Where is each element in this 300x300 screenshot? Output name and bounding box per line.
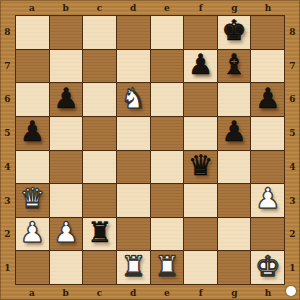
file-label-top-a: a xyxy=(15,0,49,15)
chess-board-frame: abcdefgh abcdefgh 87654321 87654321 ♚♟♝♟… xyxy=(0,0,300,300)
square-d7[interactable] xyxy=(117,50,150,83)
square-d8[interactable] xyxy=(117,16,150,49)
square-f2[interactable] xyxy=(184,218,217,251)
rank-label-left-7: 7 xyxy=(0,49,15,83)
square-g6[interactable] xyxy=(218,83,251,116)
square-a1[interactable] xyxy=(16,251,49,284)
white-queen[interactable]: ♛ xyxy=(20,185,45,213)
white-to-move-indicator xyxy=(286,286,296,296)
file-label-bottom-e: e xyxy=(150,285,184,300)
file-label-bottom-h: h xyxy=(251,285,285,300)
square-d5[interactable] xyxy=(117,117,150,150)
square-h2[interactable] xyxy=(251,218,284,251)
square-g3[interactable] xyxy=(218,184,251,217)
square-h4[interactable] xyxy=(251,151,284,184)
white-knight[interactable]: ♞ xyxy=(121,85,146,113)
square-c1[interactable] xyxy=(83,251,116,284)
square-b4[interactable] xyxy=(50,151,83,184)
rank-label-right-2: 2 xyxy=(285,218,300,252)
square-b2[interactable]: ♟ xyxy=(50,218,83,251)
square-h3[interactable]: ♟ xyxy=(251,184,284,217)
rank-label-left-2: 2 xyxy=(0,218,15,252)
square-d1[interactable]: ♜ xyxy=(117,251,150,284)
square-g7[interactable]: ♝ xyxy=(218,50,251,83)
square-h1[interactable]: ♚ xyxy=(251,251,284,284)
square-a2[interactable]: ♟ xyxy=(16,218,49,251)
rank-label-right-8: 8 xyxy=(285,15,300,49)
file-label-top-d: d xyxy=(116,0,150,15)
white-pawn[interactable]: ♟ xyxy=(255,185,280,213)
square-f3[interactable] xyxy=(184,184,217,217)
square-h7[interactable] xyxy=(251,50,284,83)
square-e7[interactable] xyxy=(151,50,184,83)
file-label-top-c: c xyxy=(83,0,117,15)
square-d2[interactable] xyxy=(117,218,150,251)
square-g8[interactable]: ♚ xyxy=(218,16,251,49)
rank-label-left-5: 5 xyxy=(0,116,15,150)
square-c2[interactable]: ♜ xyxy=(83,218,116,251)
file-label-bottom-g: g xyxy=(218,285,252,300)
file-label-bottom-f: f xyxy=(184,285,218,300)
rank-labels-left: 87654321 xyxy=(0,15,15,285)
square-a5[interactable]: ♟ xyxy=(16,117,49,150)
rank-label-left-4: 4 xyxy=(0,150,15,184)
file-label-bottom-a: a xyxy=(15,285,49,300)
black-pawn[interactable]: ♟ xyxy=(20,118,45,146)
square-c8[interactable] xyxy=(83,16,116,49)
square-c3[interactable] xyxy=(83,184,116,217)
square-h5[interactable] xyxy=(251,117,284,150)
square-a4[interactable] xyxy=(16,151,49,184)
square-g1[interactable] xyxy=(218,251,251,284)
square-e6[interactable] xyxy=(151,83,184,116)
square-c7[interactable] xyxy=(83,50,116,83)
rank-label-left-6: 6 xyxy=(0,83,15,117)
square-c5[interactable] xyxy=(83,117,116,150)
square-e2[interactable] xyxy=(151,218,184,251)
rank-labels-right: 87654321 xyxy=(285,15,300,285)
square-d6[interactable]: ♞ xyxy=(117,83,150,116)
square-e5[interactable] xyxy=(151,117,184,150)
white-rook[interactable]: ♜ xyxy=(121,253,146,281)
square-e4[interactable] xyxy=(151,151,184,184)
square-g5[interactable]: ♟ xyxy=(218,117,251,150)
square-g2[interactable] xyxy=(218,218,251,251)
file-label-bottom-b: b xyxy=(49,285,83,300)
square-f4[interactable]: ♛ xyxy=(184,151,217,184)
file-label-top-g: g xyxy=(218,0,252,15)
rank-label-right-4: 4 xyxy=(285,150,300,184)
rank-label-right-5: 5 xyxy=(285,116,300,150)
square-c4[interactable] xyxy=(83,151,116,184)
file-label-bottom-c: c xyxy=(83,285,117,300)
black-pawn[interactable]: ♟ xyxy=(53,85,78,113)
rank-label-right-3: 3 xyxy=(285,184,300,218)
square-f6[interactable] xyxy=(184,83,217,116)
square-b5[interactable] xyxy=(50,117,83,150)
black-pawn[interactable]: ♟ xyxy=(255,85,280,113)
square-f8[interactable] xyxy=(184,16,217,49)
file-label-top-e: e xyxy=(150,0,184,15)
square-a3[interactable]: ♛ xyxy=(16,184,49,217)
square-d4[interactable] xyxy=(117,151,150,184)
rank-label-right-1: 1 xyxy=(285,251,300,285)
rank-label-right-6: 6 xyxy=(285,83,300,117)
square-e8[interactable] xyxy=(151,16,184,49)
square-c6[interactable] xyxy=(83,83,116,116)
white-pawn[interactable]: ♟ xyxy=(20,219,45,247)
square-b3[interactable] xyxy=(50,184,83,217)
black-rook[interactable]: ♜ xyxy=(87,219,112,247)
white-rook[interactable]: ♜ xyxy=(154,253,179,281)
square-d3[interactable] xyxy=(117,184,150,217)
square-a6[interactable] xyxy=(16,83,49,116)
square-a7[interactable] xyxy=(16,50,49,83)
black-bishop[interactable]: ♝ xyxy=(222,51,247,79)
rank-label-right-7: 7 xyxy=(285,49,300,83)
square-e3[interactable] xyxy=(151,184,184,217)
black-pawn[interactable]: ♟ xyxy=(188,51,213,79)
file-label-top-h: h xyxy=(251,0,285,15)
white-pawn[interactable]: ♟ xyxy=(53,219,78,247)
file-label-top-b: b xyxy=(49,0,83,15)
file-labels-top: abcdefgh xyxy=(15,0,285,15)
file-label-top-f: f xyxy=(184,0,218,15)
square-h8[interactable] xyxy=(251,16,284,49)
square-f7[interactable]: ♟ xyxy=(184,50,217,83)
square-a8[interactable] xyxy=(16,16,49,49)
square-b6[interactable]: ♟ xyxy=(50,83,83,116)
square-b1[interactable] xyxy=(50,251,83,284)
file-labels-bottom: abcdefgh xyxy=(15,285,285,300)
rank-label-left-1: 1 xyxy=(0,251,15,285)
black-queen[interactable]: ♛ xyxy=(188,152,213,180)
file-label-bottom-d: d xyxy=(116,285,150,300)
square-b7[interactable] xyxy=(50,50,83,83)
black-pawn[interactable]: ♟ xyxy=(222,118,247,146)
square-b8[interactable] xyxy=(50,16,83,49)
black-king[interactable]: ♚ xyxy=(222,17,247,45)
square-h6[interactable]: ♟ xyxy=(251,83,284,116)
white-king[interactable]: ♚ xyxy=(255,253,280,281)
square-f5[interactable] xyxy=(184,117,217,150)
square-g4[interactable] xyxy=(218,151,251,184)
chess-board[interactable]: ♚♟♝♟♞♟♟♟♛♛♟♟♟♜♜♜♚ xyxy=(15,15,285,285)
square-e1[interactable]: ♜ xyxy=(151,251,184,284)
rank-label-left-3: 3 xyxy=(0,184,15,218)
rank-label-left-8: 8 xyxy=(0,15,15,49)
square-f1[interactable] xyxy=(184,251,217,284)
